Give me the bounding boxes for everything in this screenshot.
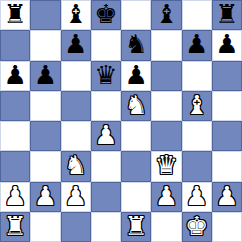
square-h6[interactable]: [212, 61, 242, 91]
square-c5[interactable]: [61, 91, 91, 121]
piece-white-pawn[interactable]: ♟: [155, 183, 178, 209]
square-e3[interactable]: [121, 151, 151, 181]
square-e1[interactable]: ♜: [121, 212, 151, 242]
piece-black-pawn[interactable]: ♟: [124, 62, 147, 88]
piece-white-pawn[interactable]: ♟: [64, 183, 87, 209]
square-b7[interactable]: [30, 30, 60, 60]
square-d7[interactable]: [91, 30, 121, 60]
square-e5[interactable]: ♞: [121, 91, 151, 121]
square-c2[interactable]: ♟: [61, 182, 91, 212]
square-a2[interactable]: ♟: [0, 182, 30, 212]
piece-white-king[interactable]: ♚: [185, 213, 208, 239]
piece-white-pawn[interactable]: ♟: [215, 183, 238, 209]
piece-white-pawn[interactable]: ♟: [94, 122, 117, 148]
piece-black-rook[interactable]: ♜: [3, 1, 26, 27]
square-e7[interactable]: ♞: [121, 30, 151, 60]
square-h1[interactable]: [212, 212, 242, 242]
square-d3[interactable]: [91, 151, 121, 181]
square-f8[interactable]: ♝: [151, 0, 181, 30]
square-d4[interactable]: ♟: [91, 121, 121, 151]
square-g5[interactable]: ♝: [182, 91, 212, 121]
square-c1[interactable]: [61, 212, 91, 242]
piece-black-bishop[interactable]: ♝: [64, 1, 87, 27]
piece-black-rook[interactable]: ♜: [215, 1, 238, 27]
square-g8[interactable]: [182, 0, 212, 30]
square-a5[interactable]: [0, 91, 30, 121]
square-g6[interactable]: [182, 61, 212, 91]
piece-black-pawn[interactable]: ♟: [34, 62, 57, 88]
square-h3[interactable]: [212, 151, 242, 181]
piece-black-king[interactable]: ♚: [94, 1, 117, 27]
square-g7[interactable]: ♟: [182, 30, 212, 60]
square-g2[interactable]: ♟: [182, 182, 212, 212]
square-h5[interactable]: [212, 91, 242, 121]
square-b6[interactable]: ♟: [30, 61, 60, 91]
piece-white-pawn[interactable]: ♟: [185, 183, 208, 209]
square-d8[interactable]: ♚: [91, 0, 121, 30]
square-d2[interactable]: [91, 182, 121, 212]
piece-white-pawn[interactable]: ♟: [34, 183, 57, 209]
piece-white-queen[interactable]: ♛: [155, 152, 178, 178]
square-f7[interactable]: [151, 30, 181, 60]
piece-black-bishop[interactable]: ♝: [155, 1, 178, 27]
square-a7[interactable]: [0, 30, 30, 60]
piece-white-rook[interactable]: ♜: [124, 213, 147, 239]
square-h2[interactable]: ♟: [212, 182, 242, 212]
piece-black-pawn[interactable]: ♟: [64, 31, 87, 57]
square-a3[interactable]: [0, 151, 30, 181]
square-d5[interactable]: [91, 91, 121, 121]
piece-white-pawn[interactable]: ♟: [3, 183, 26, 209]
square-c6[interactable]: [61, 61, 91, 91]
square-g4[interactable]: [182, 121, 212, 151]
square-c7[interactable]: ♟: [61, 30, 91, 60]
square-f1[interactable]: [151, 212, 181, 242]
square-e8[interactable]: [121, 0, 151, 30]
square-f5[interactable]: [151, 91, 181, 121]
square-b1[interactable]: [30, 212, 60, 242]
square-h4[interactable]: [212, 121, 242, 151]
square-a4[interactable]: [0, 121, 30, 151]
square-b5[interactable]: [30, 91, 60, 121]
square-h7[interactable]: ♟: [212, 30, 242, 60]
square-a6[interactable]: ♟: [0, 61, 30, 91]
piece-white-rook[interactable]: ♜: [3, 213, 26, 239]
piece-black-pawn[interactable]: ♟: [215, 31, 238, 57]
piece-black-queen[interactable]: ♛: [94, 62, 117, 88]
square-f4[interactable]: [151, 121, 181, 151]
piece-white-knight[interactable]: ♞: [64, 152, 87, 178]
square-e4[interactable]: [121, 121, 151, 151]
piece-black-pawn[interactable]: ♟: [185, 31, 208, 57]
square-d6[interactable]: ♛: [91, 61, 121, 91]
square-f2[interactable]: ♟: [151, 182, 181, 212]
square-b8[interactable]: [30, 0, 60, 30]
square-b3[interactable]: [30, 151, 60, 181]
square-a8[interactable]: ♜: [0, 0, 30, 30]
square-g1[interactable]: ♚: [182, 212, 212, 242]
square-f3[interactable]: ♛: [151, 151, 181, 181]
square-c8[interactable]: ♝: [61, 0, 91, 30]
square-h8[interactable]: ♜: [212, 0, 242, 30]
piece-white-knight[interactable]: ♞: [124, 92, 147, 118]
square-g3[interactable]: [182, 151, 212, 181]
square-b4[interactable]: [30, 121, 60, 151]
piece-white-bishop[interactable]: ♝: [185, 92, 208, 118]
square-d1[interactable]: [91, 212, 121, 242]
square-c3[interactable]: ♞: [61, 151, 91, 181]
square-f6[interactable]: [151, 61, 181, 91]
square-c4[interactable]: [61, 121, 91, 151]
piece-black-pawn[interactable]: ♟: [3, 62, 26, 88]
square-e2[interactable]: [121, 182, 151, 212]
square-e6[interactable]: ♟: [121, 61, 151, 91]
square-a1[interactable]: ♜: [0, 212, 30, 242]
piece-black-knight[interactable]: ♞: [124, 31, 147, 57]
square-b2[interactable]: ♟: [30, 182, 60, 212]
chess-board: ♜♝♚♝♜♟♞♟♟♟♟♛♟♞♝♟♞♛♟♟♟♟♟♟♜♜♚: [0, 0, 242, 242]
